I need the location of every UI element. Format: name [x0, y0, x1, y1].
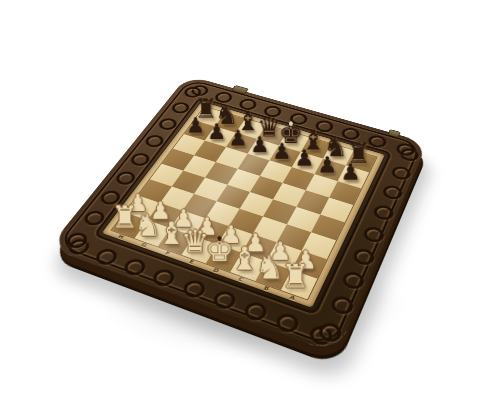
- file-label-g: G: [140, 241, 148, 248]
- file-label-f: F: [164, 250, 171, 257]
- black-pawn: ♟: [206, 121, 225, 143]
- black-pawn: ♟: [294, 147, 314, 169]
- white-king: ♚: [205, 235, 233, 267]
- file-label-e: E: [188, 258, 195, 265]
- white-rook: ♜: [280, 260, 309, 293]
- black-pawn: ♟: [317, 154, 337, 177]
- file-label-d: D: [212, 267, 220, 274]
- white-bishop: ♝: [230, 243, 259, 275]
- black-pawn: ♟: [228, 127, 248, 149]
- black-pawn: ♟: [271, 140, 291, 162]
- black-pawn: ♟: [186, 115, 205, 136]
- file-label-b: B: [263, 284, 271, 291]
- file-label-a: A: [289, 293, 297, 301]
- file-label-h: H: [117, 233, 125, 240]
- white-knight: ♞: [255, 252, 284, 284]
- file-label-c: C: [238, 275, 246, 282]
- black-pawn: ♟: [249, 134, 269, 156]
- black-pawn: ♟: [340, 161, 360, 184]
- product-photo-scene: ♜♞♝♛♚♝♞♜♟♟♟♟♟♟♟♟♟♟♟♟♟♟♟♟♜♞♝♛♚♝♞♜ H G F E…: [0, 0, 500, 400]
